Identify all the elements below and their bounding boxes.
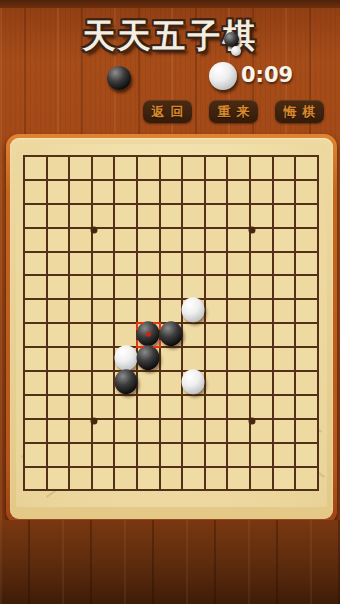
logo-white-stone-icon <box>231 46 241 56</box>
board-cell[interactable] <box>25 157 46 179</box>
white-player-stone-icon <box>209 62 237 90</box>
board-cell[interactable] <box>48 324 69 346</box>
restart-button[interactable]: 重来 <box>209 100 258 123</box>
board-cell[interactable] <box>161 157 182 179</box>
board-cell[interactable] <box>274 253 295 275</box>
board-cell[interactable] <box>138 300 159 322</box>
board-cell[interactable] <box>296 348 317 370</box>
board-cell[interactable] <box>48 444 69 466</box>
board-cell[interactable] <box>296 420 317 442</box>
board-cell[interactable] <box>138 468 159 490</box>
logo-black-stone-icon <box>224 32 239 47</box>
board-cell[interactable] <box>161 372 182 394</box>
board-cell[interactable] <box>70 372 91 394</box>
board-cell[interactable] <box>274 157 295 179</box>
board-cell[interactable] <box>251 444 272 466</box>
board-cell[interactable] <box>25 348 46 370</box>
board-cell[interactable] <box>228 229 249 251</box>
board-frame <box>6 134 337 524</box>
board-cell[interactable] <box>296 324 317 346</box>
board-cell[interactable] <box>115 348 136 370</box>
board-cell[interactable] <box>251 372 272 394</box>
board-cell[interactable] <box>161 205 182 227</box>
board-cell[interactable] <box>251 396 272 418</box>
last-move-marker <box>136 322 161 348</box>
back-button[interactable]: 返回 <box>143 100 192 123</box>
board-cell[interactable] <box>25 229 46 251</box>
board-cell[interactable] <box>296 157 317 179</box>
board-cell[interactable] <box>161 276 182 298</box>
board-cell[interactable] <box>296 205 317 227</box>
board-cell[interactable] <box>228 300 249 322</box>
board-cell[interactable] <box>138 205 159 227</box>
board-cell[interactable] <box>161 468 182 490</box>
board-cell[interactable] <box>274 300 295 322</box>
board-cell[interactable] <box>161 300 182 322</box>
board-cell[interactable] <box>48 276 69 298</box>
board-cell[interactable] <box>183 444 204 466</box>
board-cell[interactable] <box>115 468 136 490</box>
board-cell[interactable] <box>251 468 272 490</box>
restart-button-label: 重来 <box>218 103 256 121</box>
board-cell[interactable] <box>25 253 46 275</box>
board-cell[interactable] <box>296 372 317 394</box>
board-cell[interactable] <box>296 300 317 322</box>
board-cell[interactable] <box>138 420 159 442</box>
board-cell[interactable] <box>161 181 182 203</box>
board-cell[interactable] <box>48 157 69 179</box>
board-cell[interactable] <box>228 396 249 418</box>
board-cell[interactable] <box>183 253 204 275</box>
board-cell[interactable] <box>274 324 295 346</box>
board-cell[interactable] <box>93 444 114 466</box>
white-stone <box>114 345 137 370</box>
board-cell[interactable] <box>161 444 182 466</box>
board-cell[interactable] <box>274 205 295 227</box>
board-cell[interactable] <box>93 348 114 370</box>
board-cell[interactable] <box>161 324 182 346</box>
board-cell[interactable] <box>115 396 136 418</box>
board-cell[interactable] <box>25 181 46 203</box>
board-inner-frame <box>10 138 333 519</box>
board-cell[interactable] <box>183 229 204 251</box>
board-cell[interactable] <box>161 253 182 275</box>
board-cell[interactable] <box>296 444 317 466</box>
board-cell[interactable] <box>70 324 91 346</box>
board-grid[interactable] <box>23 155 319 491</box>
board-cell[interactable] <box>115 444 136 466</box>
board-cell[interactable] <box>228 205 249 227</box>
turn-timer: 0:09 <box>241 63 293 87</box>
top-strip-decoration <box>0 0 340 8</box>
board-cell[interactable] <box>228 324 249 346</box>
board-cell[interactable] <box>228 276 249 298</box>
game-screen: 天天五子棋 0:09 返回 重来 悔棋 <box>0 0 340 604</box>
board-cell[interactable] <box>93 324 114 346</box>
board-cell[interactable] <box>138 181 159 203</box>
board-cell[interactable] <box>228 420 249 442</box>
board-cell[interactable] <box>70 300 91 322</box>
board-cell[interactable] <box>274 276 295 298</box>
board-cell[interactable] <box>274 372 295 394</box>
board-cell[interactable] <box>25 396 46 418</box>
board-cell[interactable] <box>274 229 295 251</box>
undo-button-label: 悔棋 <box>284 103 322 121</box>
board-cell[interactable] <box>206 157 227 179</box>
board-cell[interactable] <box>228 444 249 466</box>
board-cell[interactable] <box>48 181 69 203</box>
board-cell[interactable] <box>93 300 114 322</box>
board-cell[interactable] <box>70 396 91 418</box>
board-cell[interactable] <box>70 444 91 466</box>
board-cell[interactable] <box>138 276 159 298</box>
board-cell[interactable] <box>274 396 295 418</box>
board-cell[interactable] <box>296 468 317 490</box>
board-cell[interactable] <box>228 372 249 394</box>
board-cell[interactable] <box>251 276 272 298</box>
board-cell[interactable] <box>70 229 91 251</box>
board-cell[interactable] <box>206 300 227 322</box>
board-cell[interactable] <box>115 300 136 322</box>
board-cell[interactable] <box>228 348 249 370</box>
board-cell[interactable] <box>206 324 227 346</box>
board-cell[interactable] <box>274 420 295 442</box>
board-cell[interactable] <box>138 229 159 251</box>
black-stone <box>159 321 182 346</box>
board-cell[interactable] <box>138 372 159 394</box>
black-stone <box>114 369 137 394</box>
board-cell[interactable] <box>70 348 91 370</box>
board-cell[interactable] <box>206 420 227 442</box>
white-stone <box>182 298 205 323</box>
board-cell[interactable] <box>161 420 182 442</box>
board-cell[interactable] <box>296 253 317 275</box>
board-cell[interactable] <box>206 348 227 370</box>
board-cell[interactable] <box>93 276 114 298</box>
board-cell[interactable] <box>206 253 227 275</box>
board-cell[interactable] <box>274 348 295 370</box>
board-cell[interactable] <box>183 300 204 322</box>
board-cell[interactable] <box>93 157 114 179</box>
board-cell[interactable] <box>183 181 204 203</box>
board-cell[interactable] <box>251 253 272 275</box>
board-cell[interactable] <box>93 468 114 490</box>
star-point <box>249 226 256 233</box>
board-cell[interactable] <box>228 157 249 179</box>
board-cell[interactable] <box>115 205 136 227</box>
board-cell[interactable] <box>161 396 182 418</box>
board-cell[interactable] <box>25 444 46 466</box>
board-cell[interactable] <box>48 300 69 322</box>
board-cell[interactable] <box>115 181 136 203</box>
board-cell[interactable] <box>206 205 227 227</box>
board-cell[interactable] <box>48 420 69 442</box>
board-cell[interactable] <box>206 468 227 490</box>
board-cell[interactable] <box>206 396 227 418</box>
board-cell[interactable] <box>206 372 227 394</box>
board-cell[interactable] <box>93 205 114 227</box>
board-cell[interactable] <box>70 420 91 442</box>
lower-wood-panel <box>0 520 340 604</box>
board-cell[interactable] <box>251 181 272 203</box>
board-cell[interactable] <box>138 348 159 370</box>
board-cell[interactable] <box>206 276 227 298</box>
board-cell[interactable] <box>161 229 182 251</box>
board-cell[interactable] <box>138 444 159 466</box>
board-cell[interactable] <box>251 348 272 370</box>
board-cell[interactable] <box>183 396 204 418</box>
board-cell[interactable] <box>70 157 91 179</box>
board-cell[interactable] <box>296 181 317 203</box>
back-button-label: 返回 <box>152 103 190 121</box>
board-cell[interactable] <box>25 324 46 346</box>
board-cell[interactable] <box>93 181 114 203</box>
board-cell[interactable] <box>25 276 46 298</box>
board-cell[interactable] <box>183 468 204 490</box>
board-cell[interactable] <box>48 253 69 275</box>
board-cell[interactable] <box>296 396 317 418</box>
board-cell[interactable] <box>48 348 69 370</box>
app-title: 天天五子棋 <box>0 14 340 59</box>
black-stone <box>137 345 160 370</box>
board-cell[interactable] <box>25 372 46 394</box>
board-cell[interactable] <box>70 253 91 275</box>
board-surface <box>16 144 327 507</box>
board-cell[interactable] <box>93 396 114 418</box>
board-cell[interactable] <box>296 229 317 251</box>
board-cell[interactable] <box>115 324 136 346</box>
star-point <box>90 417 97 424</box>
board-cell[interactable] <box>48 468 69 490</box>
black-player-stone-icon <box>107 66 131 90</box>
board-cell[interactable] <box>183 420 204 442</box>
board-cell[interactable] <box>48 205 69 227</box>
star-point <box>249 417 256 424</box>
board-cell[interactable] <box>206 229 227 251</box>
board-cell[interactable] <box>228 253 249 275</box>
board-cell[interactable] <box>274 444 295 466</box>
board-cell[interactable] <box>138 157 159 179</box>
board-cell[interactable] <box>138 324 159 346</box>
board-cell[interactable] <box>115 157 136 179</box>
board-cell[interactable] <box>70 205 91 227</box>
board-cell[interactable] <box>138 253 159 275</box>
board-cell[interactable] <box>48 229 69 251</box>
board-cell[interactable] <box>25 420 46 442</box>
board-cell[interactable] <box>183 324 204 346</box>
board-cell[interactable] <box>115 420 136 442</box>
white-stone <box>182 369 205 394</box>
board-cell[interactable] <box>93 372 114 394</box>
board-cell[interactable] <box>274 181 295 203</box>
board-cell[interactable] <box>70 276 91 298</box>
undo-button[interactable]: 悔棋 <box>275 100 324 123</box>
board-cell[interactable] <box>183 276 204 298</box>
board-cell[interactable] <box>25 468 46 490</box>
board-cell[interactable] <box>251 324 272 346</box>
board-cell[interactable] <box>183 372 204 394</box>
board-cell[interactable] <box>228 181 249 203</box>
board-cell[interactable] <box>48 372 69 394</box>
board-cell[interactable] <box>93 253 114 275</box>
board-cell[interactable] <box>251 300 272 322</box>
board-cell[interactable] <box>251 157 272 179</box>
board-cell[interactable] <box>161 348 182 370</box>
board-cell[interactable] <box>115 372 136 394</box>
board-cell[interactable] <box>296 276 317 298</box>
board-cell[interactable] <box>183 157 204 179</box>
star-point <box>90 226 97 233</box>
board-cell[interactable] <box>70 468 91 490</box>
board-cell[interactable] <box>251 205 272 227</box>
board-cell[interactable] <box>274 468 295 490</box>
board-cell[interactable] <box>48 396 69 418</box>
board-cell[interactable] <box>183 348 204 370</box>
board-cell[interactable] <box>183 205 204 227</box>
board-cell[interactable] <box>115 229 136 251</box>
board-cell[interactable] <box>25 300 46 322</box>
board-cell[interactable] <box>228 468 249 490</box>
board-cell[interactable] <box>70 181 91 203</box>
board-cell[interactable] <box>138 396 159 418</box>
board-cell[interactable] <box>115 276 136 298</box>
board-cell[interactable] <box>206 181 227 203</box>
board-cell[interactable] <box>25 205 46 227</box>
board-cell[interactable] <box>115 253 136 275</box>
board-cell[interactable] <box>206 444 227 466</box>
